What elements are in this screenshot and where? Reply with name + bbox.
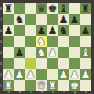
- square-b1[interactable]: [14, 80, 25, 91]
- square-d4[interactable]: ♞: [36, 47, 47, 58]
- square-g4[interactable]: [69, 47, 80, 58]
- black-pawn-icon[interactable]: ♟: [3, 25, 14, 36]
- white-rook-icon[interactable]: ♜: [47, 80, 58, 91]
- square-g7[interactable]: ♟: [69, 14, 80, 25]
- square-a1[interactable]: ♜: [3, 80, 14, 91]
- white-rook-icon[interactable]: ♜: [3, 80, 14, 91]
- square-h8[interactable]: ♜: [80, 3, 91, 14]
- square-b7[interactable]: ♞: [14, 14, 25, 25]
- black-knight-icon[interactable]: ♞: [58, 25, 69, 36]
- square-f4[interactable]: [58, 47, 69, 58]
- square-g5[interactable]: [69, 36, 80, 47]
- square-f6[interactable]: ♞: [58, 25, 69, 36]
- chess-board[interactable]: ♜♛♚♝♜♞♟♟♟♟♟♞♟♞♟♞♟♝♟♟♟♟♟♟♜♛♜♚: [3, 3, 91, 91]
- square-e1[interactable]: ♜: [47, 80, 58, 91]
- square-d8[interactable]: ♛: [36, 3, 47, 14]
- square-f2[interactable]: ♟: [58, 69, 69, 80]
- square-b4[interactable]: ♟: [14, 47, 25, 58]
- black-rook-icon[interactable]: ♜: [80, 3, 91, 14]
- black-rook-icon[interactable]: ♜: [3, 3, 14, 14]
- white-bishop-icon[interactable]: ♝: [80, 47, 91, 58]
- square-c6[interactable]: [25, 25, 36, 36]
- square-e6[interactable]: ♟: [47, 25, 58, 36]
- white-pawn-icon[interactable]: ♟: [25, 69, 36, 80]
- black-pawn-icon[interactable]: ♟: [14, 47, 25, 58]
- black-pawn-icon[interactable]: ♟: [69, 14, 80, 25]
- square-a8[interactable]: ♜: [3, 3, 14, 14]
- square-c5[interactable]: [25, 36, 36, 47]
- black-pawn-icon[interactable]: ♟: [80, 25, 91, 36]
- square-b2[interactable]: ♟: [14, 69, 25, 80]
- square-c4[interactable]: [25, 47, 36, 58]
- square-f1[interactable]: [58, 80, 69, 91]
- white-knight-icon[interactable]: ♞: [36, 47, 47, 58]
- square-h4[interactable]: ♝: [80, 47, 91, 58]
- square-h1[interactable]: [80, 80, 91, 91]
- square-b6[interactable]: [14, 25, 25, 36]
- square-e4[interactable]: ♟: [47, 47, 58, 58]
- square-a4[interactable]: [3, 47, 14, 58]
- square-e3[interactable]: [47, 58, 58, 69]
- black-knight-icon[interactable]: ♞: [14, 14, 25, 25]
- black-king-icon[interactable]: ♚: [47, 3, 58, 14]
- white-pawn-icon[interactable]: ♟: [80, 69, 91, 80]
- square-a6[interactable]: ♟: [3, 25, 14, 36]
- black-pawn-icon[interactable]: ♟: [47, 25, 58, 36]
- square-e8[interactable]: ♚: [47, 3, 58, 14]
- square-c7[interactable]: [25, 14, 36, 25]
- white-pawn-icon[interactable]: ♟: [14, 69, 25, 80]
- square-d1[interactable]: ♛: [36, 80, 47, 91]
- chess-app: ♜♛♚♝♜♞♟♟♟♟♟♞♟♞♟♞♟♝♟♟♟♟♟♟♜♛♜♚ 87654321abc…: [0, 0, 94, 94]
- square-c2[interactable]: ♟: [25, 69, 36, 80]
- square-d3[interactable]: [36, 58, 47, 69]
- square-c1[interactable]: [25, 80, 36, 91]
- square-h6[interactable]: ♟: [80, 25, 91, 36]
- square-c8[interactable]: [25, 3, 36, 14]
- square-f5[interactable]: [58, 36, 69, 47]
- white-queen-icon[interactable]: ♛: [36, 80, 47, 91]
- white-king-icon[interactable]: ♚: [69, 80, 80, 91]
- square-h2[interactable]: ♟: [80, 69, 91, 80]
- square-g1[interactable]: ♚: [69, 80, 80, 91]
- square-a5[interactable]: [3, 36, 14, 47]
- black-queen-icon[interactable]: ♛: [36, 3, 47, 14]
- square-g6[interactable]: [69, 25, 80, 36]
- white-pawn-icon[interactable]: ♟: [47, 47, 58, 58]
- white-pawn-icon[interactable]: ♟: [58, 69, 69, 80]
